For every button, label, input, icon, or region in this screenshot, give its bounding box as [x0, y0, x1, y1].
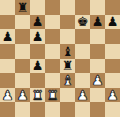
piece-black-pawn: ♟: [2, 30, 14, 43]
square-e2[interactable]: [60, 88, 75, 103]
square-h8[interactable]: [105, 0, 120, 15]
piece-white-rook: ♜: [47, 88, 59, 101]
board-bottom-margin: [0, 117, 120, 119]
piece-white-pawn: ♟: [17, 88, 29, 101]
square-g2[interactable]: [90, 88, 105, 103]
square-g7[interactable]: ♟: [90, 15, 105, 30]
piece-black-pawn: ♟: [32, 30, 44, 43]
square-h1[interactable]: [105, 102, 120, 117]
square-a2[interactable]: ♟: [0, 88, 15, 103]
square-b6[interactable]: [15, 29, 30, 44]
square-e3[interactable]: ♝: [60, 73, 75, 88]
square-f6[interactable]: [75, 29, 90, 44]
square-e6[interactable]: [60, 29, 75, 44]
square-g8[interactable]: [90, 0, 105, 15]
piece-white-pawn: ♟: [77, 88, 89, 101]
square-h2[interactable]: ♟: [105, 88, 120, 103]
square-f3[interactable]: [75, 73, 90, 88]
square-a7[interactable]: [0, 15, 15, 30]
square-h7[interactable]: ♟: [105, 15, 120, 30]
square-a4[interactable]: [0, 59, 15, 74]
square-b8[interactable]: ♜: [15, 0, 30, 15]
square-c1[interactable]: [30, 102, 45, 117]
square-e1[interactable]: [60, 102, 75, 117]
square-h5[interactable]: [105, 44, 120, 59]
square-h3[interactable]: [105, 73, 120, 88]
square-f4[interactable]: [75, 59, 90, 74]
square-b5[interactable]: [15, 44, 30, 59]
square-h6[interactable]: [105, 29, 120, 44]
square-a5[interactable]: [0, 44, 15, 59]
piece-white-bishop: ♝: [62, 73, 74, 86]
square-a1[interactable]: [0, 102, 15, 117]
piece-black-pawn: ♟: [32, 59, 44, 72]
square-f2[interactable]: ♟: [75, 88, 90, 103]
square-a8[interactable]: [0, 0, 15, 15]
square-b4[interactable]: [15, 59, 30, 74]
square-f7[interactable]: ♚: [75, 15, 90, 30]
square-d1[interactable]: [45, 102, 60, 117]
square-d7[interactable]: [45, 15, 60, 30]
piece-black-rook: ♜: [62, 59, 74, 72]
chess-board-widget: ♜♟♚♟♟♟♟♝♟♜♝♟♟♟♜♜♟♟: [0, 0, 120, 119]
square-c4[interactable]: ♟: [30, 59, 45, 74]
square-g4[interactable]: [90, 59, 105, 74]
square-f5[interactable]: [75, 44, 90, 59]
square-b3[interactable]: [15, 73, 30, 88]
square-c2[interactable]: ♜: [30, 88, 45, 103]
square-d6[interactable]: [45, 29, 60, 44]
chess-board: ♜♟♚♟♟♟♟♝♟♜♝♟♟♟♜♜♟♟: [0, 0, 120, 117]
piece-black-pawn: ♟: [107, 15, 119, 28]
square-c3[interactable]: [30, 73, 45, 88]
piece-black-king: ♚: [77, 15, 89, 28]
square-f8[interactable]: [75, 0, 90, 15]
square-g5[interactable]: [90, 44, 105, 59]
square-e8[interactable]: [60, 0, 75, 15]
square-b7[interactable]: [15, 15, 30, 30]
piece-white-pawn: ♟: [92, 73, 104, 86]
piece-white-rook: ♜: [32, 88, 44, 101]
square-a6[interactable]: ♟: [0, 29, 15, 44]
square-d3[interactable]: [45, 73, 60, 88]
square-e4[interactable]: ♜: [60, 59, 75, 74]
square-c8[interactable]: [30, 0, 45, 15]
square-d4[interactable]: [45, 59, 60, 74]
square-a3[interactable]: [0, 73, 15, 88]
square-c7[interactable]: ♟: [30, 15, 45, 30]
square-c6[interactable]: ♟: [30, 29, 45, 44]
square-g6[interactable]: [90, 29, 105, 44]
square-b2[interactable]: ♟: [15, 88, 30, 103]
square-f1[interactable]: [75, 102, 90, 117]
piece-black-rook: ♜: [17, 0, 29, 13]
square-d5[interactable]: [45, 44, 60, 59]
piece-white-pawn: ♟: [107, 88, 119, 101]
piece-white-pawn: ♟: [2, 88, 14, 101]
square-d2[interactable]: ♜: [45, 88, 60, 103]
square-h4[interactable]: [105, 59, 120, 74]
square-b1[interactable]: [15, 102, 30, 117]
piece-black-pawn: ♟: [92, 15, 104, 28]
piece-black-pawn: ♟: [32, 15, 44, 28]
square-d8[interactable]: [45, 0, 60, 15]
square-e7[interactable]: [60, 15, 75, 30]
square-g1[interactable]: [90, 102, 105, 117]
piece-black-bishop: ♝: [62, 44, 74, 57]
square-e5[interactable]: ♝: [60, 44, 75, 59]
square-c5[interactable]: [30, 44, 45, 59]
square-g3[interactable]: ♟: [90, 73, 105, 88]
